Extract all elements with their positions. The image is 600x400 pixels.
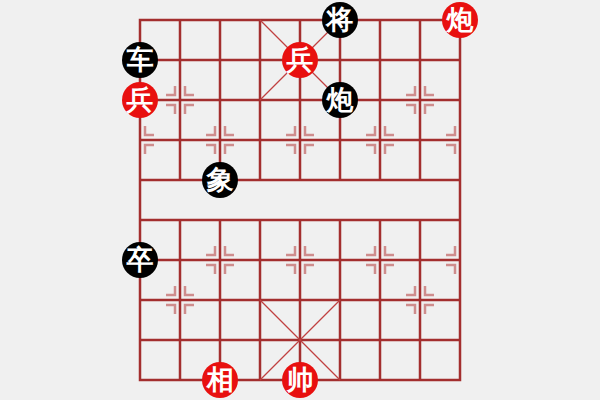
black-cannon[interactable]: 炮 bbox=[322, 82, 358, 118]
red-soldier[interactable]: 兵 bbox=[282, 42, 318, 78]
red-general[interactable]: 帅 bbox=[282, 362, 318, 398]
red-cannon[interactable]: 炮 bbox=[442, 2, 478, 38]
black-general[interactable]: 将 bbox=[322, 2, 358, 38]
black-elephant[interactable]: 象 bbox=[202, 162, 238, 198]
red-soldier[interactable]: 兵 bbox=[122, 82, 158, 118]
xiangqi-table: 将炮车兵兵炮象卒相帅 bbox=[0, 0, 600, 400]
xiangqi-board[interactable]: 将炮车兵兵炮象卒相帅 bbox=[120, 0, 480, 400]
black-soldier[interactable]: 卒 bbox=[122, 242, 158, 278]
red-elephant[interactable]: 相 bbox=[202, 362, 238, 398]
black-chariot[interactable]: 车 bbox=[122, 42, 158, 78]
